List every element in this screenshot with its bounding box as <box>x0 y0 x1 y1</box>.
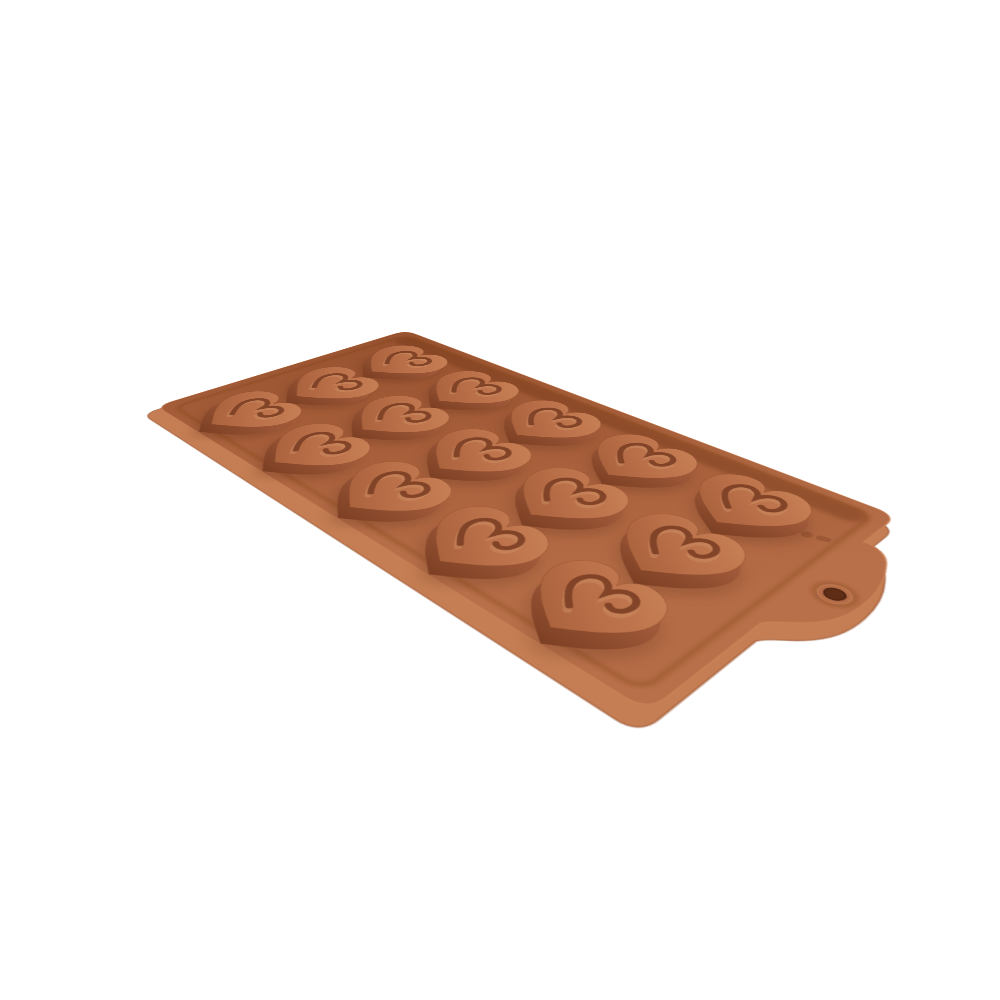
mold-tray-graphic <box>156 330 1000 816</box>
product-photo: Heart shaped silicone chocolate mold wit… <box>0 0 1000 1000</box>
mold-tray <box>156 330 1000 816</box>
